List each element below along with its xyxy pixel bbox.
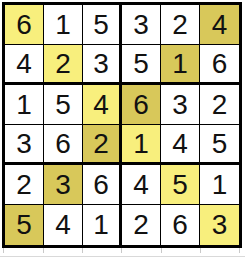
sudoku-cell-r3c4[interactable]: 6 (122, 85, 161, 125)
sudoku-cell-r5c6[interactable]: 1 (200, 165, 239, 205)
sudoku-cell-r3c5[interactable]: 3 (161, 85, 200, 125)
sudoku-cell-r5c4[interactable]: 4 (122, 165, 161, 205)
sudoku-cell-r3c1[interactable]: 1 (5, 85, 44, 125)
sudoku-cell-r5c5[interactable]: 5 (161, 165, 200, 205)
sudoku-cell-r2c4[interactable]: 5 (122, 45, 161, 85)
sudoku-cell-r4c6[interactable]: 5 (200, 125, 239, 165)
gridline-artifact-vertical (200, 248, 201, 253)
sudoku-cell-r1c1[interactable]: 6 (5, 5, 44, 45)
gridline-artifact-vertical (3, 248, 4, 253)
sudoku-cell-r4c5[interactable]: 4 (161, 125, 200, 165)
sudoku-cell-r6c5[interactable]: 6 (161, 205, 200, 245)
sudoku-cell-r1c6[interactable]: 4 (200, 5, 239, 45)
sudoku-cell-r2c2[interactable]: 2 (44, 45, 83, 85)
sudoku-cell-r2c5[interactable]: 1 (161, 45, 200, 85)
gridline-artifact-vertical (161, 248, 162, 253)
gridline-artifact-vertical (82, 248, 83, 253)
sudoku-cell-r6c1[interactable]: 5 (5, 205, 44, 245)
sudoku-cell-r1c3[interactable]: 5 (83, 5, 122, 45)
sudoku-cell-r3c3[interactable]: 4 (83, 85, 122, 125)
sudoku-cell-r4c4[interactable]: 1 (122, 125, 161, 165)
sudoku-cell-r4c2[interactable]: 6 (44, 125, 83, 165)
sudoku-page: 615324423516154632362145236451541263 (0, 0, 245, 257)
sudoku-cell-r1c5[interactable]: 2 (161, 5, 200, 45)
gridline-artifact-vertical (239, 248, 240, 253)
sudoku-cell-r5c1[interactable]: 2 (5, 165, 44, 205)
spreadsheet-gridline-artifacts (0, 248, 245, 257)
sudoku-cell-r6c6[interactable]: 3 (200, 205, 239, 245)
gridline-artifact-vertical (43, 248, 44, 253)
gridline-artifact-vertical (121, 248, 122, 253)
sudoku-cell-r4c3[interactable]: 2 (83, 125, 122, 165)
sudoku-cell-r2c1[interactable]: 4 (5, 45, 44, 85)
sudoku-cell-r2c3[interactable]: 3 (83, 45, 122, 85)
sudoku-cell-r6c3[interactable]: 1 (83, 205, 122, 245)
sudoku-cell-r3c2[interactable]: 5 (44, 85, 83, 125)
sudoku-cell-r4c1[interactable]: 3 (5, 125, 44, 165)
sudoku-cell-r6c4[interactable]: 2 (122, 205, 161, 245)
sudoku-cell-r2c6[interactable]: 6 (200, 45, 239, 85)
sudoku-cell-r6c2[interactable]: 4 (44, 205, 83, 245)
sudoku-cell-r5c3[interactable]: 6 (83, 165, 122, 205)
sudoku-cell-r1c4[interactable]: 3 (122, 5, 161, 45)
sudoku-cell-r5c2[interactable]: 3 (44, 165, 83, 205)
sudoku-board: 615324423516154632362145236451541263 (2, 2, 242, 248)
sudoku-cell-r1c2[interactable]: 1 (44, 5, 83, 45)
sudoku-cell-r3c6[interactable]: 2 (200, 85, 239, 125)
